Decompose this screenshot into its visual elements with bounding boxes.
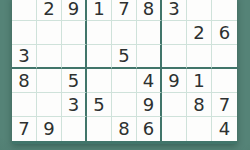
sudoku-cell[interactable]: 8 — [112, 117, 137, 141]
sudoku-cell[interactable] — [112, 69, 137, 93]
sudoku-cell[interactable]: 9 — [37, 117, 62, 141]
sudoku-cell[interactable] — [162, 93, 187, 117]
sudoku-cell[interactable] — [87, 21, 112, 45]
sudoku-cell[interactable] — [12, 93, 37, 117]
sudoku-grid: 2917832635854913598779864 — [12, 0, 237, 144]
sudoku-cell[interactable]: 5 — [62, 69, 87, 93]
sudoku-cell[interactable]: 8 — [137, 0, 162, 21]
sudoku-cell[interactable] — [137, 45, 162, 69]
sudoku-cell[interactable] — [112, 21, 137, 45]
sudoku-cell[interactable] — [37, 69, 62, 93]
sudoku-cell[interactable]: 4 — [212, 117, 237, 141]
sudoku-cell[interactable] — [87, 117, 112, 141]
sudoku-cell[interactable] — [137, 21, 162, 45]
sudoku-cell[interactable] — [37, 21, 62, 45]
sudoku-cell[interactable] — [12, 0, 37, 21]
sudoku-cell[interactable] — [162, 45, 187, 69]
sudoku-cell[interactable]: 1 — [187, 69, 212, 93]
sudoku-cell[interactable] — [162, 117, 187, 141]
sudoku-cell[interactable] — [187, 0, 212, 21]
sudoku-cell[interactable] — [162, 21, 187, 45]
sudoku-cell[interactable]: 3 — [162, 0, 187, 21]
sudoku-cell[interactable]: 4 — [137, 69, 162, 93]
sudoku-cell[interactable]: 7 — [112, 0, 137, 21]
sudoku-cell[interactable]: 8 — [12, 69, 37, 93]
sudoku-cell[interactable]: 1 — [87, 0, 112, 21]
sudoku-cell[interactable]: 7 — [212, 93, 237, 117]
sudoku-cell[interactable]: 8 — [187, 93, 212, 117]
sudoku-cell[interactable]: 5 — [87, 93, 112, 117]
sudoku-cell[interactable] — [62, 45, 87, 69]
sudoku-cell[interactable] — [87, 69, 112, 93]
sudoku-cell[interactable]: 2 — [187, 21, 212, 45]
sudoku-cell[interactable]: 6 — [212, 21, 237, 45]
sudoku-cell[interactable] — [187, 117, 212, 141]
sudoku-cell[interactable] — [37, 45, 62, 69]
sudoku-cell[interactable] — [112, 93, 137, 117]
sudoku-cell[interactable]: 2 — [37, 0, 62, 21]
sudoku-cell[interactable]: 9 — [162, 69, 187, 93]
sudoku-cell[interactable] — [62, 21, 87, 45]
sudoku-cell[interactable]: 3 — [62, 93, 87, 117]
sudoku-cell[interactable] — [212, 45, 237, 69]
sudoku-cell[interactable] — [212, 0, 237, 21]
sudoku-cell[interactable]: 3 — [12, 45, 37, 69]
sudoku-cell[interactable] — [12, 21, 37, 45]
sudoku-cell[interactable]: 9 — [137, 93, 162, 117]
sudoku-cell[interactable]: 7 — [12, 117, 37, 141]
sudoku-cell[interactable] — [37, 93, 62, 117]
sudoku-board-viewport: 2917832635854913598779864 — [0, 0, 250, 150]
sudoku-cell[interactable] — [212, 69, 237, 93]
sudoku-cell[interactable] — [87, 45, 112, 69]
sudoku-cell[interactable]: 6 — [137, 117, 162, 141]
sudoku-cell[interactable] — [62, 117, 87, 141]
sudoku-cell[interactable]: 9 — [62, 0, 87, 21]
sudoku-cell[interactable]: 5 — [112, 45, 137, 69]
sudoku-cell[interactable] — [187, 45, 212, 69]
